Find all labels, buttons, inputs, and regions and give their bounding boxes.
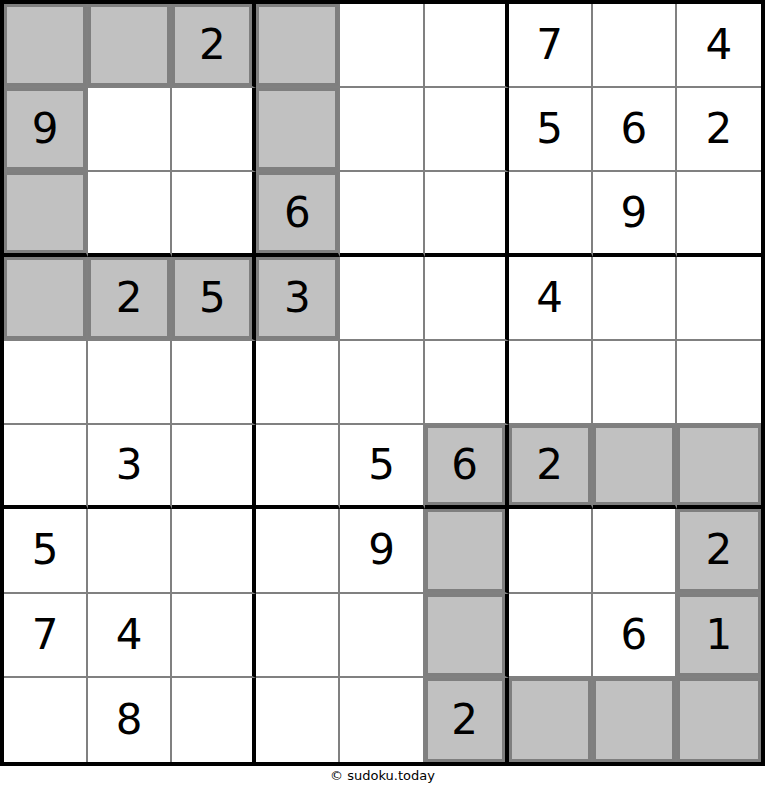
cell-r7c4[interactable] [256,509,340,593]
cell-r7c7[interactable] [509,509,593,593]
cell-digit: 9 [32,108,59,150]
cell-digit: 7 [32,614,59,656]
cell-r3c5[interactable] [340,172,424,256]
cell-r4c1[interactable] [4,257,88,341]
cell-r3c2[interactable] [88,172,172,256]
cell-r5c3[interactable] [172,341,256,425]
cell-r5c6[interactable] [425,341,509,425]
cell-r4c7[interactable]: 4 [509,257,593,341]
cell-r2c1[interactable]: 9 [4,88,88,172]
cell-digit: 1 [706,614,733,656]
cell-r1c1[interactable] [4,4,88,88]
cell-digit: 7 [536,24,563,66]
cell-r1c3[interactable]: 2 [172,4,256,88]
cell-r8c2[interactable]: 4 [88,594,172,678]
cell-r3c3[interactable] [172,172,256,256]
cell-digit: 6 [284,192,311,234]
cell-r6c6[interactable]: 6 [425,425,509,509]
cell-digit: 2 [706,529,733,571]
cell-r8c6[interactable] [425,594,509,678]
credit-footer: © sudoku.today [0,766,765,785]
cell-r4c2[interactable]: 2 [88,257,172,341]
cell-digit: 5 [199,277,226,319]
cell-r4c8[interactable] [593,257,677,341]
cell-r8c8[interactable]: 6 [593,594,677,678]
cell-r5c9[interactable] [677,341,761,425]
cell-r8c1[interactable]: 7 [4,594,88,678]
cell-r6c1[interactable] [4,425,88,509]
cell-digit: 3 [116,444,143,486]
cell-r4c3[interactable]: 5 [172,257,256,341]
cell-r5c4[interactable] [256,341,340,425]
cell-r6c9[interactable] [677,425,761,509]
cell-r7c3[interactable] [172,509,256,593]
cell-r2c8[interactable]: 6 [593,88,677,172]
cell-r7c5[interactable]: 9 [340,509,424,593]
cell-r9c7[interactable] [509,678,593,762]
cell-r3c9[interactable] [677,172,761,256]
cell-digit: 6 [620,614,647,656]
cell-r2c7[interactable]: 5 [509,88,593,172]
cell-r6c5[interactable]: 5 [340,425,424,509]
cell-r7c9[interactable]: 2 [677,509,761,593]
cell-r6c7[interactable]: 2 [509,425,593,509]
cell-r7c2[interactable] [88,509,172,593]
cell-r1c4[interactable] [256,4,340,88]
cell-r2c6[interactable] [425,88,509,172]
cell-r4c5[interactable] [340,257,424,341]
cell-digit: 9 [368,529,395,571]
cell-r4c9[interactable] [677,257,761,341]
cell-r6c8[interactable] [593,425,677,509]
cell-r8c7[interactable] [509,594,593,678]
sudoku-board: 27495626925343562592746182 [0,0,765,766]
cell-digit: 5 [368,444,395,486]
cell-digit: 9 [620,192,647,234]
cell-digit: 2 [536,444,563,486]
cell-r8c9[interactable]: 1 [677,594,761,678]
cell-r1c6[interactable] [425,4,509,88]
cell-digit: 4 [116,614,143,656]
cell-digit: 8 [116,699,143,741]
cell-r3c7[interactable] [509,172,593,256]
cell-digit: 4 [706,24,733,66]
cell-digit: 6 [451,444,478,486]
cell-r1c9[interactable]: 4 [677,4,761,88]
cell-r8c3[interactable] [172,594,256,678]
cell-r5c1[interactable] [4,341,88,425]
cell-r1c2[interactable] [88,4,172,88]
cell-r9c1[interactable] [4,678,88,762]
cell-r5c2[interactable] [88,341,172,425]
cell-digit: 2 [116,277,143,319]
cell-r1c7[interactable]: 7 [509,4,593,88]
cell-r9c5[interactable] [340,678,424,762]
cell-r3c8[interactable]: 9 [593,172,677,256]
cell-r2c5[interactable] [340,88,424,172]
cell-digit: 2 [451,699,478,741]
credit-text: © sudoku.today [330,768,435,783]
cell-r3c6[interactable] [425,172,509,256]
cell-digit: 2 [199,24,226,66]
cell-r5c7[interactable] [509,341,593,425]
cell-r3c4[interactable]: 6 [256,172,340,256]
cell-r9c9[interactable] [677,678,761,762]
cell-r2c3[interactable] [172,88,256,172]
cell-r9c2[interactable]: 8 [88,678,172,762]
cell-r2c2[interactable] [88,88,172,172]
cell-r1c5[interactable] [340,4,424,88]
cell-r4c6[interactable] [425,257,509,341]
cell-r2c9[interactable]: 2 [677,88,761,172]
cell-r9c8[interactable] [593,678,677,762]
cell-r6c4[interactable] [256,425,340,509]
cell-r6c3[interactable] [172,425,256,509]
cell-r9c3[interactable] [172,678,256,762]
cell-r4c4[interactable]: 3 [256,257,340,341]
cell-r7c1[interactable]: 5 [4,509,88,593]
cell-digit: 2 [706,108,733,150]
cell-r7c8[interactable] [593,509,677,593]
cell-r6c2[interactable]: 3 [88,425,172,509]
cell-r7c6[interactable] [425,509,509,593]
cell-digit: 5 [32,529,59,571]
cell-r5c5[interactable] [340,341,424,425]
cell-r5c8[interactable] [593,341,677,425]
cell-digit: 3 [284,277,311,319]
cell-digit: 4 [536,277,563,319]
cell-r1c8[interactable] [593,4,677,88]
cell-r9c6[interactable]: 2 [425,678,509,762]
cell-r8c4[interactable] [256,594,340,678]
cell-r3c1[interactable] [4,172,88,256]
cell-r8c5[interactable] [340,594,424,678]
cell-digit: 6 [620,108,647,150]
cell-digit: 5 [536,108,563,150]
cell-r2c4[interactable] [256,88,340,172]
cell-r9c4[interactable] [256,678,340,762]
